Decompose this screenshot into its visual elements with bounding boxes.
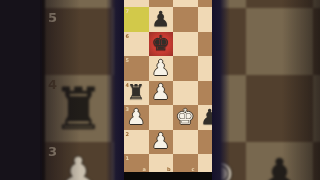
square-d5[interactable] xyxy=(198,56,213,81)
bg-white-pawn: ♟ xyxy=(45,142,112,180)
square-c4[interactable] xyxy=(173,81,198,106)
square-a6[interactable] xyxy=(124,32,149,57)
bg-black-pawn: ♟ xyxy=(246,142,313,180)
square-b5[interactable] xyxy=(149,56,174,81)
square-c8[interactable] xyxy=(173,0,198,7)
square-c5[interactable] xyxy=(173,56,198,81)
square-b4[interactable] xyxy=(149,81,174,106)
square-d4[interactable] xyxy=(198,81,213,106)
square-c2[interactable] xyxy=(173,130,198,155)
square-a5[interactable] xyxy=(124,56,149,81)
square-d2[interactable] xyxy=(198,130,213,155)
square-a4[interactable] xyxy=(124,81,149,106)
square-b8[interactable] xyxy=(149,0,174,7)
square-d6[interactable] xyxy=(198,32,213,57)
square-a7[interactable] xyxy=(124,7,149,32)
bg-black-rook: ♜ xyxy=(45,75,112,142)
square-b6[interactable] xyxy=(149,32,174,57)
square-d3[interactable] xyxy=(198,105,213,130)
square-b3[interactable] xyxy=(149,105,174,130)
square-b2[interactable] xyxy=(149,130,174,155)
square-c3[interactable] xyxy=(173,105,198,130)
square-d8[interactable] xyxy=(198,0,213,7)
square-a3[interactable] xyxy=(124,105,149,130)
main-chessboard-strip: ♟♚♟♜♟♟♚♟♟7654321abcd xyxy=(124,0,212,180)
bottom-black-bar xyxy=(124,172,212,180)
square-c7[interactable] xyxy=(173,7,198,32)
chess-short-video-frame: 543 ♜♟♚♟ ♟♚♟♜♟♟♚♟♟7654321abcd xyxy=(0,0,320,180)
square-a2[interactable] xyxy=(124,130,149,155)
square-c6[interactable] xyxy=(173,32,198,57)
square-d7[interactable] xyxy=(198,7,213,32)
square-b7[interactable] xyxy=(149,7,174,32)
square-a8[interactable] xyxy=(124,0,149,7)
